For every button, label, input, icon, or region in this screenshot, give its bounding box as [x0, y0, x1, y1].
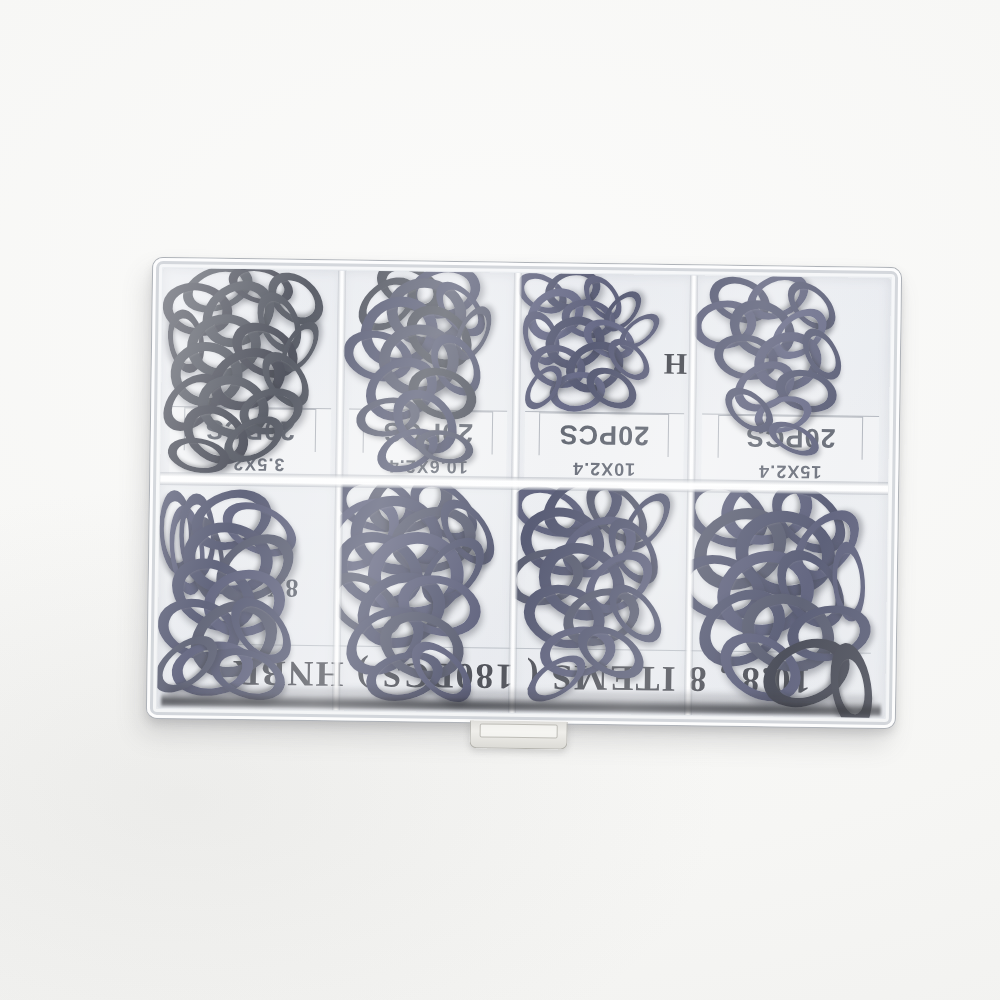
oring-pile-top-4	[696, 280, 888, 485]
oring-pile-bottom-2	[340, 486, 512, 708]
compartment-grid: 20PCS 3.5X2.4 20PCS 10.6X2.4 H 20PCS 10X…	[157, 268, 891, 718]
compartment-top-1: 20PCS 3.5X2.4	[160, 268, 342, 482]
oring-pile-bottom-1	[161, 484, 336, 706]
compartment-bottom-4	[688, 487, 888, 719]
compartment-top-4: 20PCS 15X2.4	[692, 275, 891, 489]
latch-tab-ridge	[480, 723, 558, 738]
photo-background: 20PCS 3.5X2.4 20PCS 10.6X2.4 H 20PCS 10X…	[0, 0, 1000, 1000]
organizer-box: 20PCS 3.5X2.4 20PCS 10.6X2.4 H 20PCS 10X…	[147, 258, 901, 728]
latch-tab	[470, 720, 568, 749]
oring-pile-bottom-4	[692, 491, 884, 713]
compartment-bottom-3	[512, 484, 691, 715]
compartment-bottom-1: 8X	[157, 479, 339, 710]
compartment-top-3: H 20PCS 10X2.4	[515, 273, 694, 487]
oring-pile-top-1	[164, 272, 339, 477]
compartment-bottom-2	[336, 482, 515, 713]
oring-pile-top-2	[343, 275, 515, 480]
oring-pile-top-3	[519, 277, 691, 482]
compartment-top-2: 20PCS 10.6X2.4	[339, 270, 518, 484]
oring-pile-bottom-3	[516, 489, 688, 711]
